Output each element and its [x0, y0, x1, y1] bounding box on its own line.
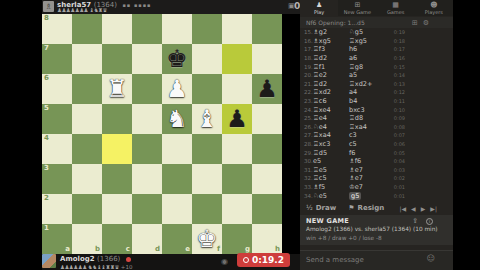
square-e6[interactable]: ♟: [162, 74, 192, 104]
chess-board[interactable]: 87♚6♜♟♟5♞♝♟4321abcdef♚gh: [42, 14, 282, 254]
file-label-e: e: [185, 246, 190, 253]
black-move[interactable]: b4: [349, 97, 357, 105]
resign-flag-icon: ⚑: [348, 204, 354, 212]
move-time: 0:13: [394, 81, 405, 87]
move-row-30: 30.e5♗f60:04: [300, 157, 453, 166]
square-b5[interactable]: [72, 104, 102, 134]
move-time: 0:09: [394, 115, 405, 121]
bottom-player-bar: Amolog2 (1366) ♟♟♟♟♟♟ ♞♞♝♝♜♜♛+10 ◉ 0:19.…: [42, 254, 300, 270]
square-f5[interactable]: ♝: [192, 104, 222, 134]
move-list: 15.♗g2♘g50:1916.♗xg5♖xg50:1817.♖f3h60:17…: [300, 28, 453, 200]
move-number: 33.: [300, 184, 313, 190]
white-move[interactable]: ♘e4: [313, 123, 327, 131]
tab-players[interactable]: ☻Players: [415, 0, 453, 16]
new-game-icon: ⊞: [354, 2, 360, 9]
square-d3[interactable]: [132, 164, 162, 194]
move-time: 0:05: [394, 150, 405, 156]
move-row-22: 22.♖xd2a40:12: [300, 88, 453, 97]
black-move[interactable]: a5: [349, 71, 357, 79]
file-label-h: h: [275, 246, 280, 253]
square-g6[interactable]: [222, 74, 252, 104]
move-number: 34.: [300, 193, 313, 199]
square-b6[interactable]: [72, 74, 102, 104]
square-a3[interactable]: 3: [42, 164, 72, 194]
white-move[interactable]: ♖d2: [313, 54, 327, 62]
square-h1[interactable]: h: [252, 224, 282, 254]
move-time: 0:17: [394, 46, 405, 52]
square-a1[interactable]: 1a: [42, 224, 72, 254]
black-pawn[interactable]: ♟: [256, 77, 278, 101]
move-time: 0:08: [394, 124, 405, 130]
square-c5[interactable]: [102, 104, 132, 134]
move-row-20: 20.♖e2a50:14: [300, 71, 453, 80]
black-move[interactable]: ♔e7: [349, 183, 363, 191]
square-h4[interactable]: [252, 134, 282, 164]
black-move-selected[interactable]: g5: [349, 192, 361, 200]
move-time: 0:03: [394, 167, 405, 173]
move-row-27: 27.♖xa4c30:07: [300, 131, 453, 140]
square-d7[interactable]: [132, 44, 162, 74]
first-move-button[interactable]: |◀: [399, 205, 406, 212]
file-label-f: f: [217, 246, 220, 253]
square-b4[interactable]: [72, 134, 102, 164]
square-e2[interactable]: [162, 194, 192, 224]
square-f8[interactable]: [192, 14, 222, 44]
black-move[interactable]: h6: [349, 45, 357, 53]
square-f6[interactable]: [192, 74, 222, 104]
move-number: 31.: [300, 167, 313, 173]
move-time: 0:19: [394, 29, 405, 35]
rank-label-5: 5: [44, 105, 49, 112]
move-time: 0:06: [394, 141, 405, 147]
rank-label-3: 3: [44, 165, 49, 172]
move-time: 0:02: [394, 175, 405, 181]
opening-row: Nf6 Opening: 1...d5 ⊞ ⚙: [300, 17, 453, 28]
white-move[interactable]: ♖d5: [313, 149, 327, 157]
square-e1[interactable]: e: [162, 224, 192, 254]
square-c2[interactable]: [102, 194, 132, 224]
bottom-clock: 0:19.2: [237, 253, 290, 267]
matchup-text: Amolog2 (1366) vs. sherla57 (1364) (10 m…: [306, 226, 438, 232]
square-b3[interactable]: [72, 164, 102, 194]
square-g1[interactable]: g: [222, 224, 252, 254]
square-b7[interactable]: [72, 44, 102, 74]
white-move[interactable]: ♖f1: [313, 63, 325, 71]
rank-label-6: 6: [44, 75, 49, 82]
white-move[interactable]: ♖xd2: [313, 88, 331, 96]
move-row-15: 15.♗g2♘g50:19: [300, 28, 453, 37]
move-time: 0:12: [394, 89, 405, 95]
black-move[interactable]: ♖xg5: [349, 37, 367, 45]
square-e8[interactable]: [162, 14, 192, 44]
draw-button[interactable]: ½ Draw: [306, 204, 336, 212]
move-number: 17.: [300, 46, 313, 52]
white-move[interactable]: ♖c5: [313, 174, 327, 182]
right-letterbox-bar: [453, 0, 480, 270]
move-time: 0:01: [394, 193, 405, 199]
square-c3[interactable]: [102, 164, 132, 194]
square-f4[interactable]: [192, 134, 222, 164]
move-number: 30.: [300, 158, 313, 164]
square-c8[interactable]: [102, 14, 132, 44]
chat-input-row[interactable]: Send a message ☺: [300, 250, 453, 270]
white-move[interactable]: ♖e2: [313, 71, 327, 79]
black-move[interactable]: bxc3: [349, 106, 365, 114]
rating-stakes-text: win +8 / draw +0 / lose -8: [306, 235, 382, 241]
white-move[interactable]: ♖d2: [313, 80, 327, 88]
square-b2[interactable]: [72, 194, 102, 224]
play-icon: ♟: [316, 2, 322, 9]
square-a2[interactable]: 2: [42, 194, 72, 224]
square-g8[interactable]: [222, 14, 252, 44]
move-time: 0:01: [394, 184, 405, 190]
next-move-button[interactable]: ▶: [421, 205, 426, 212]
new-game-title: NEW GAME: [306, 217, 349, 225]
move-number: 20.: [300, 72, 313, 78]
opening-name: Nf6 Opening: 1...d5: [306, 19, 365, 26]
move-time: 0:18: [394, 38, 405, 44]
file-label-c: c: [126, 246, 130, 253]
square-e7[interactable]: ♚: [162, 44, 192, 74]
white-bishop[interactable]: ♝: [196, 107, 218, 131]
move-row-23: 23.♖c6b40:11: [300, 97, 453, 106]
white-knight[interactable]: ♞: [166, 107, 188, 131]
move-time: 0:16: [394, 55, 405, 61]
board-preview-icon[interactable]: ⊞: [412, 19, 418, 27]
info-icon[interactable]: i: [426, 218, 433, 225]
rank-label-8: 8: [44, 15, 49, 22]
move-number: 28.: [300, 141, 313, 147]
prev-move-button[interactable]: ◀: [411, 205, 416, 212]
spectator-eye-icon[interactable]: ◉: [221, 257, 228, 266]
players-icon: ☻: [430, 2, 437, 9]
black-move[interactable]: ♗f6: [349, 157, 361, 165]
square-d6[interactable]: [132, 74, 162, 104]
square-a7[interactable]: 7: [42, 44, 72, 74]
tab-label: Games: [387, 10, 405, 15]
move-number: 23.: [300, 98, 313, 104]
square-g4[interactable]: [222, 134, 252, 164]
black-move[interactable]: f6: [349, 149, 355, 157]
square-g5[interactable]: ♟: [222, 104, 252, 134]
square-h5[interactable]: [252, 104, 282, 134]
tab-label: New Game: [344, 10, 371, 15]
square-a8[interactable]: 8: [42, 14, 72, 44]
white-move[interactable]: ♖f3: [313, 45, 325, 53]
square-c7[interactable]: [102, 44, 132, 74]
rank-label-2: 2: [44, 195, 49, 202]
move-row-25: 25.♖e4♖d80:09: [300, 114, 453, 123]
black-move[interactable]: ♖g8: [349, 63, 363, 71]
white-pawn[interactable]: ♟: [166, 77, 188, 101]
move-number: 32.: [300, 175, 313, 181]
white-move[interactable]: ♗f5: [313, 183, 325, 191]
square-h6[interactable]: ♟: [252, 74, 282, 104]
square-b8[interactable]: [72, 14, 102, 44]
side-panel: ♟Play⊞New Game▦Games☻Players Nf6 Opening…: [300, 0, 453, 270]
white-move[interactable]: ♖c6: [313, 97, 327, 105]
square-g2[interactable]: [222, 194, 252, 224]
move-row-28: 28.♖xc3c50:06: [300, 140, 453, 149]
new-game-section: NEW GAME ⇪ i Amolog2 (1366) vs. sherla57…: [300, 215, 453, 245]
move-number: 25.: [300, 115, 313, 121]
tab-label: Play: [314, 10, 324, 15]
move-row-17: 17.♖f3h60:17: [300, 45, 453, 54]
file-label-d: d: [155, 246, 160, 253]
draw-icon: ½: [306, 204, 313, 212]
player-name[interactable]: Amolog2: [60, 255, 95, 263]
flag-badge: [126, 257, 131, 262]
square-h7[interactable]: [252, 44, 282, 74]
move-time: 0:11: [394, 98, 405, 104]
tab-label: Players: [425, 10, 443, 15]
move-number: 27.: [300, 132, 313, 138]
tab-games[interactable]: ▦Games: [377, 0, 415, 16]
square-a5[interactable]: 5: [42, 104, 72, 134]
white-move[interactable]: ♘e5: [313, 192, 327, 200]
move-time: 0:07: [394, 132, 405, 138]
emoji-smiley-icon[interactable]: ☺: [427, 254, 435, 263]
move-time: 0:15: [394, 64, 405, 70]
move-row-31: 31.♖e5♗e70:03: [300, 166, 453, 175]
move-row-32: 32.♖c5♗e70:02: [300, 174, 453, 183]
badge-icons: ▪▪ ▪▪▪▪: [122, 2, 151, 8]
black-move[interactable]: ♖d8: [349, 114, 363, 122]
white-king[interactable]: ♚: [196, 227, 218, 251]
black-move[interactable]: a6: [349, 54, 357, 62]
material-advantage: +10: [121, 264, 133, 270]
tab-play[interactable]: ♟Play: [300, 0, 338, 16]
captured-pieces: ♟♟♟♟♟♟ ♞♞♝♝♜♜♛+10: [60, 264, 132, 270]
share-icon[interactable]: ⇪: [412, 217, 418, 225]
game-actions: ½ Draw ⚑ Resign |◀ ◀ ▶ ▶|: [300, 202, 453, 214]
square-d4[interactable]: [132, 134, 162, 164]
move-row-19: 19.♖f1♖g80:15: [300, 62, 453, 71]
move-row-34: 34.♘e5g50:01: [300, 191, 453, 200]
app-screen: ♗ sherla57 (1364) ▪▪ ▪▪▪▪ ♟♟♟♟♟♟♟ ♝♞♜♛ 0…: [0, 0, 480, 270]
black-move[interactable]: c5: [349, 140, 357, 148]
black-king[interactable]: ♚: [166, 47, 188, 71]
square-e5[interactable]: ♞: [162, 104, 192, 134]
games-icon: ▦: [392, 2, 399, 9]
move-number: 15.: [300, 29, 313, 35]
avatar[interactable]: [42, 254, 56, 268]
square-b1[interactable]: b: [72, 224, 102, 254]
square-e3[interactable]: [162, 164, 192, 194]
bottom-player-name-line[interactable]: Amolog2 (1366): [60, 255, 131, 263]
tab-bar: ♟Play⊞New Game▦Games☻Players: [300, 0, 453, 16]
file-label-a: a: [65, 246, 70, 253]
clock-icon: [243, 257, 249, 263]
square-d2[interactable]: [132, 194, 162, 224]
white-move[interactable]: ♖xc3: [313, 140, 330, 148]
move-row-24: 24.♖xe4bxc30:10: [300, 105, 453, 114]
white-rook[interactable]: ♜: [106, 77, 128, 101]
move-number: 21.: [300, 81, 313, 87]
square-f3[interactable]: [192, 164, 222, 194]
white-move[interactable]: ♖xe4: [313, 106, 331, 114]
white-move[interactable]: ♖e4: [313, 114, 327, 122]
rank-label-7: 7: [44, 45, 49, 52]
square-h3[interactable]: [252, 164, 282, 194]
focus-mode-icon[interactable]: ▣: [288, 2, 295, 10]
square-a6[interactable]: 6: [42, 74, 72, 104]
black-move[interactable]: ♖xd2+: [349, 80, 372, 88]
black-move[interactable]: ♗e7: [349, 166, 363, 174]
resign-button[interactable]: ⚑ Resign: [348, 204, 384, 212]
white-move[interactable]: ♗xg5: [313, 37, 331, 45]
last-move-button[interactable]: ▶|: [430, 205, 437, 212]
square-h2[interactable]: [252, 194, 282, 224]
square-g7[interactable]: [222, 44, 252, 74]
rank-label-4: 4: [44, 135, 49, 142]
square-c4[interactable]: [102, 134, 132, 164]
move-number: 26.: [300, 124, 313, 130]
move-row-16: 16.♗xg5♖xg50:18: [300, 37, 453, 46]
move-row-26: 26.♘e4♖xa40:08: [300, 123, 453, 132]
square-c1[interactable]: c: [102, 224, 132, 254]
move-row-29: 29.♖d5f60:05: [300, 148, 453, 157]
move-number: 19.: [300, 64, 313, 70]
square-f1[interactable]: f♚: [192, 224, 222, 254]
captured-pieces: ♟♟♟♟♟♟♟ ♝♞♜♛: [57, 7, 107, 13]
white-move[interactable]: e5: [313, 157, 321, 165]
square-e4[interactable]: [162, 134, 192, 164]
settings-gear-icon[interactable]: ⚙: [423, 19, 429, 27]
square-d5[interactable]: [132, 104, 162, 134]
file-label-b: b: [95, 246, 100, 253]
move-number: 18.: [300, 55, 313, 61]
move-time: 0:14: [394, 72, 405, 78]
tab-new-game[interactable]: ⊞New Game: [338, 0, 376, 16]
black-move[interactable]: a4: [349, 88, 357, 96]
move-time: 0:10: [394, 107, 405, 113]
square-c6[interactable]: ♜: [102, 74, 132, 104]
move-row-21: 21.♖d2♖xd2+0:13: [300, 80, 453, 89]
top-player-bar: ♗ sherla57 (1364) ▪▪ ▪▪▪▪ ♟♟♟♟♟♟♟ ♝♞♜♛ 0…: [42, 0, 300, 14]
black-move[interactable]: c3: [349, 131, 357, 139]
square-f7[interactable]: [192, 44, 222, 74]
chat-input[interactable]: Send a message: [306, 256, 364, 264]
black-move[interactable]: ♖xa4: [349, 123, 367, 131]
move-row-33: 33.♗f5♔e70:01: [300, 183, 453, 192]
square-d1[interactable]: d: [132, 224, 162, 254]
square-f2[interactable]: [192, 194, 222, 224]
player-rating: (1366): [97, 255, 120, 263]
file-label-g: g: [245, 246, 250, 253]
move-time: 0:04: [394, 158, 405, 164]
white-move[interactable]: ♗g2: [313, 28, 327, 36]
move-number: 16.: [300, 38, 313, 44]
move-number: 29.: [300, 150, 313, 156]
black-pawn[interactable]: ♟: [226, 107, 248, 131]
rank-label-1: 1: [44, 225, 49, 232]
avatar[interactable]: ♗: [43, 1, 54, 12]
square-a4[interactable]: 4: [42, 134, 72, 164]
white-move[interactable]: ♖xa4: [313, 131, 331, 139]
black-move[interactable]: ♗e7: [349, 174, 363, 182]
move-number: 24.: [300, 107, 313, 113]
move-row-18: 18.♖d2a60:16: [300, 54, 453, 63]
square-g3[interactable]: [222, 164, 252, 194]
white-move[interactable]: ♖e5: [313, 166, 327, 174]
black-move[interactable]: ♘g5: [349, 28, 363, 36]
square-d8[interactable]: [132, 14, 162, 44]
square-h8[interactable]: [252, 14, 282, 44]
playback-controls: |◀ ◀ ▶ ▶|: [399, 205, 437, 212]
move-number: 22.: [300, 89, 313, 95]
